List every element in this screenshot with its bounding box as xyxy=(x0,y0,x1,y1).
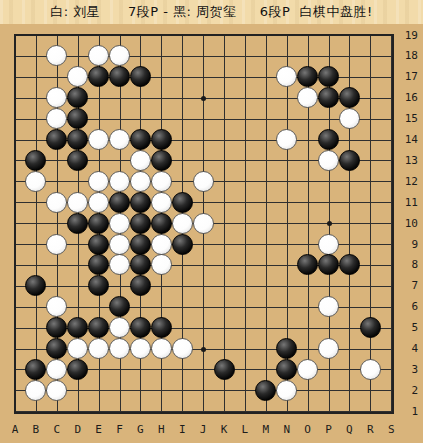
stone-white xyxy=(318,338,339,359)
stone-black xyxy=(151,129,172,150)
stone-white xyxy=(193,171,214,192)
stone-black xyxy=(151,317,172,338)
stone-black xyxy=(130,129,151,150)
col-label: F xyxy=(112,423,128,436)
stone-white xyxy=(172,338,193,359)
stone-black xyxy=(172,192,193,213)
row-label: 18 xyxy=(394,49,418,62)
col-label: O xyxy=(300,423,316,436)
row-label: 3 xyxy=(394,363,418,376)
stone-white xyxy=(339,108,360,129)
stone-black xyxy=(318,129,339,150)
row-label: 4 xyxy=(394,342,418,355)
stone-black xyxy=(276,359,297,380)
stone-white xyxy=(172,213,193,234)
go-game-viewer: 白: 刘星 7段P - 黑: 周贺玺 6段P 白棋中盘胜! ABCDEFGHIJ… xyxy=(0,0,423,443)
stone-black xyxy=(130,213,151,234)
stone-white xyxy=(109,171,130,192)
stone-white xyxy=(46,234,67,255)
stone-black xyxy=(130,192,151,213)
col-label: R xyxy=(362,423,378,436)
row-label: 15 xyxy=(394,112,418,125)
game-info-text: 白: 刘星 7段P - 黑: 周贺玺 6段P 白棋中盘胜! xyxy=(50,0,373,24)
col-label: C xyxy=(49,423,65,436)
row-label: 19 xyxy=(394,29,418,42)
row-label: 10 xyxy=(394,217,418,230)
col-label: L xyxy=(237,423,253,436)
stone-black xyxy=(109,192,130,213)
col-label: G xyxy=(132,423,148,436)
star-point xyxy=(201,96,206,101)
col-label: N xyxy=(279,423,295,436)
col-label: E xyxy=(91,423,107,436)
row-label: 5 xyxy=(394,321,418,334)
stone-white xyxy=(88,192,109,213)
stone-white xyxy=(88,171,109,192)
stone-white xyxy=(109,129,130,150)
col-label: D xyxy=(70,423,86,436)
col-label: Q xyxy=(341,423,357,436)
stone-white xyxy=(193,213,214,234)
row-label: 14 xyxy=(394,133,418,146)
stone-black xyxy=(214,359,235,380)
stone-white xyxy=(318,150,339,171)
col-label: S xyxy=(383,423,399,436)
stone-black xyxy=(88,213,109,234)
col-label: A xyxy=(7,423,23,436)
stone-white xyxy=(109,213,130,234)
row-label: 13 xyxy=(394,154,418,167)
stone-black xyxy=(130,234,151,255)
stone-white xyxy=(46,380,67,401)
stone-black xyxy=(67,213,88,234)
col-label: I xyxy=(174,423,190,436)
stone-white xyxy=(276,380,297,401)
stone-white xyxy=(318,234,339,255)
row-label: 7 xyxy=(394,279,418,292)
stone-white xyxy=(151,234,172,255)
stone-white xyxy=(297,359,318,380)
go-board[interactable]: ABCDEFGHIJKLMNOPQRS 19181716151413121110… xyxy=(0,24,423,443)
row-label: 6 xyxy=(394,300,418,313)
stone-black xyxy=(151,150,172,171)
row-label: 16 xyxy=(394,91,418,104)
stone-black xyxy=(67,359,88,380)
col-label: J xyxy=(195,423,211,436)
stone-black xyxy=(360,317,381,338)
stone-white xyxy=(88,338,109,359)
stone-black xyxy=(255,380,276,401)
stone-white xyxy=(67,192,88,213)
stone-white xyxy=(130,338,151,359)
stone-white xyxy=(130,150,151,171)
stone-white xyxy=(151,192,172,213)
col-label: P xyxy=(321,423,337,436)
stone-white xyxy=(360,359,381,380)
row-label: 2 xyxy=(394,384,418,397)
col-label: K xyxy=(216,423,232,436)
stone-white xyxy=(109,317,130,338)
row-label: 9 xyxy=(394,238,418,251)
game-info-bar: 白: 刘星 7段P - 黑: 周贺玺 6段P 白棋中盘胜! xyxy=(0,0,423,24)
star-point xyxy=(327,221,332,226)
stone-black xyxy=(339,150,360,171)
col-label: M xyxy=(258,423,274,436)
stone-black xyxy=(339,87,360,108)
row-label: 8 xyxy=(394,258,418,271)
stone-black xyxy=(67,150,88,171)
stone-black xyxy=(130,317,151,338)
stone-white xyxy=(46,192,67,213)
stone-white xyxy=(151,338,172,359)
star-point xyxy=(201,347,206,352)
col-label: B xyxy=(28,423,44,436)
stone-black xyxy=(88,234,109,255)
stone-white xyxy=(130,171,151,192)
stone-black xyxy=(172,234,193,255)
stone-white xyxy=(88,129,109,150)
col-label: H xyxy=(153,423,169,436)
row-label: 1 xyxy=(394,405,418,418)
stone-white xyxy=(151,171,172,192)
stone-white xyxy=(109,234,130,255)
row-label: 11 xyxy=(394,196,418,209)
stone-black xyxy=(151,213,172,234)
stone-white xyxy=(109,338,130,359)
row-label: 17 xyxy=(394,70,418,83)
row-label: 12 xyxy=(394,175,418,188)
